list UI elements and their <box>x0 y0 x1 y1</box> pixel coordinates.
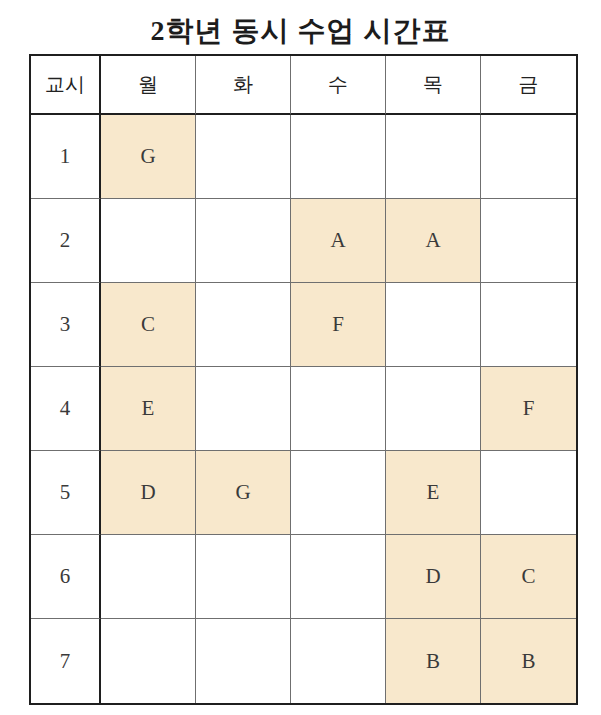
cell-6-fri: C <box>481 535 576 619</box>
period-label-3: 3 <box>31 283 101 367</box>
cell-7-tue <box>196 619 291 703</box>
cell-3-mon: C <box>101 283 196 367</box>
header-fri: 금 <box>481 56 576 115</box>
cell-1-fri <box>481 115 576 199</box>
cell-1-thu <box>386 115 481 199</box>
timetable-page: 2학년 동시 수업 시간표 교시 월 화 수 목 금 1 G 2 A A 3 C… <box>0 0 601 715</box>
cell-3-wed: F <box>291 283 386 367</box>
cell-4-tue <box>196 367 291 451</box>
cell-2-tue <box>196 199 291 283</box>
cell-3-thu <box>386 283 481 367</box>
period-label-2: 2 <box>31 199 101 283</box>
cell-6-thu: D <box>386 535 481 619</box>
period-label-5: 5 <box>31 451 101 535</box>
header-wed: 수 <box>291 56 386 115</box>
cell-1-mon: G <box>101 115 196 199</box>
cell-2-thu: A <box>386 199 481 283</box>
cell-2-mon <box>101 199 196 283</box>
cell-3-fri <box>481 283 576 367</box>
cell-7-wed <box>291 619 386 703</box>
page-title: 2학년 동시 수업 시간표 <box>0 0 601 50</box>
header-period: 교시 <box>31 56 101 115</box>
period-label-6: 6 <box>31 535 101 619</box>
cell-2-wed: A <box>291 199 386 283</box>
cell-3-tue <box>196 283 291 367</box>
period-label-7: 7 <box>31 619 101 703</box>
timetable-grid: 교시 월 화 수 목 금 1 G 2 A A 3 C F 4 E F 5 <box>29 54 578 705</box>
cell-4-thu <box>386 367 481 451</box>
cell-1-wed <box>291 115 386 199</box>
cell-6-mon <box>101 535 196 619</box>
cell-5-fri <box>481 451 576 535</box>
cell-4-wed <box>291 367 386 451</box>
period-label-4: 4 <box>31 367 101 451</box>
cell-5-thu: E <box>386 451 481 535</box>
cell-1-tue <box>196 115 291 199</box>
cell-6-wed <box>291 535 386 619</box>
cell-4-fri: F <box>481 367 576 451</box>
cell-6-tue <box>196 535 291 619</box>
cell-5-wed <box>291 451 386 535</box>
cell-7-thu: B <box>386 619 481 703</box>
cell-7-mon <box>101 619 196 703</box>
header-mon: 월 <box>101 56 196 115</box>
cell-7-fri: B <box>481 619 576 703</box>
cell-5-tue: G <box>196 451 291 535</box>
cell-5-mon: D <box>101 451 196 535</box>
cell-2-fri <box>481 199 576 283</box>
cell-4-mon: E <box>101 367 196 451</box>
header-tue: 화 <box>196 56 291 115</box>
period-label-1: 1 <box>31 115 101 199</box>
header-thu: 목 <box>386 56 481 115</box>
